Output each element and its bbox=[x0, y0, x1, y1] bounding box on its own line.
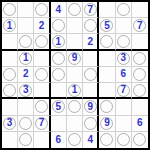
cell-r7c6[interactable]: 9 bbox=[83, 99, 99, 115]
given-digit: 6 bbox=[55, 135, 61, 145]
given-digit: 9 bbox=[87, 102, 93, 112]
cell-r5c9[interactable] bbox=[132, 67, 148, 83]
odd-marker-circle bbox=[52, 68, 65, 81]
odd-marker-circle bbox=[133, 133, 146, 146]
cell-r6c6[interactable] bbox=[83, 83, 99, 99]
cell-r1c9[interactable] bbox=[132, 2, 148, 18]
cell-r8c8[interactable] bbox=[116, 116, 132, 132]
given-digit: 3 bbox=[120, 53, 126, 63]
odd-marker-circle bbox=[68, 3, 81, 16]
cell-r8c2[interactable] bbox=[18, 116, 34, 132]
cell-r8c6[interactable] bbox=[83, 116, 99, 132]
cell-r6c5[interactable]: 1 bbox=[67, 83, 83, 99]
odd-marker-circle bbox=[52, 19, 65, 32]
cell-r1c1[interactable] bbox=[2, 2, 18, 18]
cell-r9c1[interactable] bbox=[2, 132, 18, 148]
odd-marker-circle bbox=[84, 19, 97, 32]
cell-r7c7[interactable] bbox=[99, 99, 115, 115]
cell-r1c2[interactable] bbox=[18, 2, 34, 18]
cell-r2c2[interactable] bbox=[18, 18, 34, 34]
given-digit: 7 bbox=[137, 21, 143, 31]
cell-r6c1[interactable] bbox=[2, 83, 18, 99]
cell-r7c1[interactable] bbox=[2, 99, 18, 115]
cell-r1c7[interactable] bbox=[99, 2, 115, 18]
given-digit: 7 bbox=[39, 118, 45, 128]
odd-marker-circle bbox=[117, 3, 130, 16]
given-digit: 4 bbox=[87, 135, 93, 145]
cell-r3c1[interactable] bbox=[2, 34, 18, 50]
odd-marker-circle bbox=[35, 68, 48, 81]
odd-marker-circle bbox=[100, 133, 113, 146]
given-digit: 2 bbox=[23, 69, 29, 79]
cell-r4c6[interactable] bbox=[83, 51, 99, 67]
given-digit: 3 bbox=[23, 85, 29, 95]
given-digit: 6 bbox=[120, 69, 126, 79]
cell-r1c4[interactable]: 4 bbox=[51, 2, 67, 18]
cell-r5c2[interactable]: 2 bbox=[18, 67, 34, 83]
cell-r8c9[interactable]: 6 bbox=[132, 116, 148, 132]
given-digit: 9 bbox=[72, 53, 78, 63]
cell-r4c9[interactable] bbox=[132, 51, 148, 67]
cell-r1c3[interactable] bbox=[34, 2, 50, 18]
cell-r1c8[interactable] bbox=[116, 2, 132, 18]
given-digit: 4 bbox=[55, 5, 61, 15]
odd-marker-circle bbox=[3, 84, 16, 97]
cell-r2c7[interactable]: 5 bbox=[99, 18, 115, 34]
cell-r4c1[interactable] bbox=[2, 51, 18, 67]
odd-marker-circle bbox=[84, 68, 97, 81]
odd-marker-circle bbox=[100, 35, 113, 48]
cell-r9c3[interactable] bbox=[34, 132, 50, 148]
cell-r7c2[interactable] bbox=[18, 99, 34, 115]
cell-r5c7[interactable] bbox=[99, 67, 115, 83]
odd-marker-circle bbox=[84, 117, 97, 130]
cell-r2c5[interactable] bbox=[67, 18, 83, 34]
cell-r6c9[interactable] bbox=[132, 83, 148, 99]
odd-marker-circle bbox=[3, 68, 16, 81]
given-digit: 1 bbox=[72, 85, 78, 95]
cell-r4c7[interactable] bbox=[99, 51, 115, 67]
cell-r6c2[interactable]: 3 bbox=[18, 83, 34, 99]
cell-r7c9[interactable] bbox=[132, 99, 148, 115]
cell-r3c8[interactable] bbox=[116, 34, 132, 50]
cell-r6c7[interactable] bbox=[99, 83, 115, 99]
cell-r3c9[interactable] bbox=[132, 34, 148, 50]
cell-r8c1[interactable]: 3 bbox=[2, 116, 18, 132]
odd-marker-circle bbox=[133, 84, 146, 97]
odd-marker-circle bbox=[35, 35, 48, 48]
odd-marker-circle bbox=[117, 133, 130, 146]
given-digit: 7 bbox=[120, 85, 126, 95]
cell-r4c4[interactable] bbox=[51, 51, 67, 67]
cell-r3c7[interactable] bbox=[99, 34, 115, 50]
cell-r2c4[interactable] bbox=[51, 18, 67, 34]
cell-r8c4[interactable] bbox=[51, 116, 67, 132]
given-digit: 6 bbox=[137, 118, 143, 128]
cell-r4c5[interactable]: 9 bbox=[67, 51, 83, 67]
given-digit: 1 bbox=[23, 53, 29, 63]
odd-marker-circle bbox=[68, 100, 81, 113]
cell-r2c9[interactable]: 7 bbox=[132, 18, 148, 34]
cell-r9c2[interactable] bbox=[18, 132, 34, 148]
cell-r3c2[interactable] bbox=[18, 34, 34, 50]
given-digit: 2 bbox=[87, 37, 93, 47]
cell-r3c4[interactable]: 1 bbox=[51, 34, 67, 50]
given-digit: 3 bbox=[7, 118, 13, 128]
cell-r5c4[interactable] bbox=[51, 67, 67, 83]
cell-r2c8[interactable] bbox=[116, 18, 132, 34]
sudoku-board: 471257121932631759379664 bbox=[0, 0, 150, 150]
cell-r7c3[interactable] bbox=[34, 99, 50, 115]
cell-r9c5[interactable] bbox=[67, 132, 83, 148]
given-digit: 1 bbox=[55, 37, 61, 47]
cell-r7c8[interactable] bbox=[116, 99, 132, 115]
cell-r2c6[interactable] bbox=[83, 18, 99, 34]
cell-r6c4[interactable] bbox=[51, 83, 67, 99]
sudoku-page: 471257121932631759379664 bbox=[0, 0, 150, 150]
odd-marker-circle bbox=[133, 52, 146, 65]
odd-marker-circle bbox=[19, 133, 32, 146]
cell-r1c5[interactable] bbox=[67, 2, 83, 18]
odd-marker-circle bbox=[35, 3, 48, 16]
odd-marker-circle bbox=[133, 68, 146, 81]
cell-r2c3[interactable]: 2 bbox=[34, 18, 50, 34]
odd-marker-circle bbox=[52, 52, 65, 65]
cell-r9c9[interactable] bbox=[132, 132, 148, 148]
cell-r9c7[interactable] bbox=[99, 132, 115, 148]
given-digit: 9 bbox=[104, 118, 110, 128]
cell-r5c3[interactable] bbox=[34, 67, 50, 83]
cell-r6c8[interactable]: 7 bbox=[116, 83, 132, 99]
odd-marker-circle bbox=[19, 35, 32, 48]
cell-r5c6[interactable] bbox=[83, 67, 99, 83]
cell-r4c2[interactable]: 1 bbox=[18, 51, 34, 67]
odd-marker-circle bbox=[100, 100, 113, 113]
cell-r5c5[interactable] bbox=[67, 67, 83, 83]
odd-marker-circle bbox=[68, 133, 81, 146]
odd-marker-circle bbox=[3, 3, 16, 16]
odd-marker-circle bbox=[35, 100, 48, 113]
cell-r9c4[interactable]: 6 bbox=[51, 132, 67, 148]
cell-r5c8[interactable]: 6 bbox=[116, 67, 132, 83]
cell-r4c3[interactable] bbox=[34, 51, 50, 67]
cell-r9c8[interactable] bbox=[116, 132, 132, 148]
cell-r4c8[interactable]: 3 bbox=[116, 51, 132, 67]
given-digit: 7 bbox=[87, 5, 93, 15]
odd-marker-circle bbox=[19, 117, 32, 130]
cell-r1c6[interactable]: 7 bbox=[83, 2, 99, 18]
cell-r8c5[interactable] bbox=[67, 116, 83, 132]
given-digit: 5 bbox=[55, 102, 61, 112]
cell-r6c3[interactable] bbox=[34, 83, 50, 99]
cell-r3c5[interactable] bbox=[67, 34, 83, 50]
cell-r8c3[interactable]: 7 bbox=[34, 116, 50, 132]
cell-r2c1[interactable]: 1 bbox=[2, 18, 18, 34]
cell-r8c7[interactable]: 9 bbox=[99, 116, 115, 132]
given-digit: 1 bbox=[7, 21, 13, 31]
cell-r9c6[interactable]: 4 bbox=[83, 132, 99, 148]
cell-r7c4[interactable]: 5 bbox=[51, 99, 67, 115]
cell-r3c6[interactable]: 2 bbox=[83, 34, 99, 50]
cell-r7c5[interactable] bbox=[67, 99, 83, 115]
odd-marker-circle bbox=[117, 35, 130, 48]
cell-r3c3[interactable] bbox=[34, 34, 50, 50]
given-digit: 5 bbox=[104, 21, 110, 31]
given-digit: 2 bbox=[39, 21, 45, 31]
cell-r5c1[interactable] bbox=[2, 67, 18, 83]
